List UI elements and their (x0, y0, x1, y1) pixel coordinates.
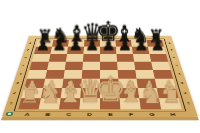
square-c7[interactable]: ♟ (67, 47, 84, 54)
square-a5[interactable] (29, 62, 48, 70)
square-b5[interactable] (47, 62, 66, 70)
coordinate-label-b: B (37, 112, 59, 116)
coordinate-label-g: G (141, 112, 163, 116)
square-h5[interactable] (151, 62, 170, 70)
square-f1[interactable]: ♝ (120, 98, 141, 109)
piece-black-pawn-h7[interactable]: ♟ (150, 37, 164, 53)
square-c6[interactable] (66, 54, 84, 62)
square-a7[interactable]: ♟ (34, 47, 52, 54)
piece-black-pawn-b7[interactable]: ♟ (52, 37, 66, 53)
coordinate-label-e: E (100, 112, 121, 116)
piece-white-knight-g1[interactable]: ♞ (139, 81, 162, 107)
photo-scene: ABCDEFGH ABCDEFGH 87654321 87654321 ♜♞♝♛… (0, 0, 200, 133)
square-e6[interactable] (100, 54, 117, 62)
square-g6[interactable] (133, 54, 151, 62)
square-h7[interactable]: ♟ (148, 47, 166, 54)
coordinate-label-h: H (162, 112, 184, 116)
square-h1[interactable]: ♜ (159, 98, 182, 109)
piece-black-pawn-a7[interactable]: ♟ (36, 37, 50, 53)
board-edge (1, 117, 199, 120)
square-b6[interactable] (49, 54, 67, 62)
square-h6[interactable] (149, 54, 168, 62)
square-c5[interactable] (65, 62, 83, 70)
square-b7[interactable]: ♟ (51, 47, 69, 54)
playfield-frame: ♜♞♝♛♚♝♞♜♟♟♟♟♟♟♟♟♟♟♟♟♟♟♟♟♜♞♝♛♚♝♞♜ (14, 39, 187, 112)
coordinate-label-c: C (58, 112, 79, 116)
piece-black-pawn-e7[interactable]: ♟ (101, 37, 115, 53)
square-f7[interactable]: ♟ (116, 47, 133, 54)
square-g7[interactable]: ♟ (132, 47, 150, 54)
square-f6[interactable] (116, 54, 134, 62)
chess-board: ABCDEFGH ABCDEFGH 87654321 87654321 ♜♞♝♛… (2, 36, 198, 117)
brand-logo-icon (5, 112, 13, 116)
piece-black-pawn-g7[interactable]: ♟ (134, 37, 148, 53)
square-d6[interactable] (83, 54, 100, 62)
square-g5[interactable] (134, 62, 153, 70)
coordinate-label-d: D (79, 112, 100, 116)
piece-black-pawn-f7[interactable]: ♟ (118, 37, 132, 53)
board-grid: ♜♞♝♛♚♝♞♜♟♟♟♟♟♟♟♟♟♟♟♟♟♟♟♟♜♞♝♛♚♝♞♜ (18, 40, 182, 109)
square-e7[interactable]: ♟ (100, 47, 116, 54)
piece-white-rook-h1[interactable]: ♜ (161, 84, 182, 107)
piece-black-pawn-d7[interactable]: ♟ (85, 37, 99, 53)
piece-black-pawn-c7[interactable]: ♟ (68, 37, 82, 53)
coordinate-label-a: A (16, 112, 38, 116)
coordinate-label-f: F (121, 112, 142, 116)
square-d7[interactable]: ♟ (84, 47, 100, 54)
square-g1[interactable]: ♞ (139, 98, 161, 109)
square-a6[interactable] (32, 54, 51, 62)
piece-white-rook-a1[interactable]: ♜ (19, 84, 40, 107)
